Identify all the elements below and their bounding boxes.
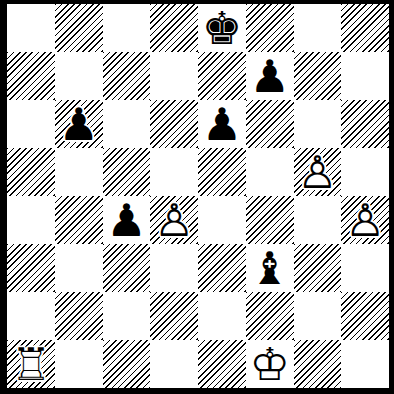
square-b2[interactable] — [55, 292, 103, 340]
square-g6[interactable] — [294, 100, 342, 148]
square-f7[interactable]: ♟ — [246, 52, 294, 100]
square-a2[interactable] — [7, 292, 55, 340]
black-pawn-piece[interactable]: ♟ — [198, 100, 246, 148]
square-c7[interactable] — [103, 52, 151, 100]
square-d4[interactable]: ♟♙ — [150, 196, 198, 244]
black-pawn-piece[interactable]: ♟ — [103, 196, 151, 244]
piece-glyph-fill: ♟ — [55, 100, 103, 148]
square-e4[interactable] — [198, 196, 246, 244]
square-h4[interactable]: ♟♙ — [341, 196, 389, 244]
square-e5[interactable] — [198, 148, 246, 196]
square-g7[interactable] — [294, 52, 342, 100]
white-rook-piece[interactable]: ♜♖ — [7, 340, 55, 388]
white-pawn-piece[interactable]: ♟♙ — [341, 196, 389, 244]
square-b5[interactable] — [55, 148, 103, 196]
square-c3[interactable] — [103, 244, 151, 292]
square-a3[interactable] — [7, 244, 55, 292]
square-d6[interactable] — [150, 100, 198, 148]
square-e3[interactable] — [198, 244, 246, 292]
square-c5[interactable] — [103, 148, 151, 196]
square-d5[interactable] — [150, 148, 198, 196]
piece-glyph-fill: ♟ — [246, 52, 294, 100]
square-a5[interactable] — [7, 148, 55, 196]
square-a6[interactable] — [7, 100, 55, 148]
piece-glyph-fill: ♚ — [198, 4, 246, 52]
square-c1[interactable] — [103, 340, 151, 388]
chess-board: ♚♟♟♟♟♙♟♟♙♟♙♝♜♖♚♔ — [7, 4, 389, 388]
square-h3[interactable] — [341, 244, 389, 292]
square-b7[interactable] — [55, 52, 103, 100]
square-f5[interactable] — [246, 148, 294, 196]
square-h6[interactable] — [341, 100, 389, 148]
square-g3[interactable] — [294, 244, 342, 292]
white-pawn-piece[interactable]: ♟♙ — [294, 148, 342, 196]
square-g2[interactable] — [294, 292, 342, 340]
square-a7[interactable] — [7, 52, 55, 100]
square-b3[interactable] — [55, 244, 103, 292]
square-e2[interactable] — [198, 292, 246, 340]
black-king-piece[interactable]: ♚ — [198, 4, 246, 52]
square-f8[interactable] — [246, 4, 294, 52]
square-b6[interactable]: ♟ — [55, 100, 103, 148]
square-c8[interactable] — [103, 4, 151, 52]
square-g1[interactable] — [294, 340, 342, 388]
square-d3[interactable] — [150, 244, 198, 292]
square-f2[interactable] — [246, 292, 294, 340]
square-a4[interactable] — [7, 196, 55, 244]
square-h1[interactable] — [341, 340, 389, 388]
square-c4[interactable]: ♟ — [103, 196, 151, 244]
black-pawn-piece[interactable]: ♟ — [246, 52, 294, 100]
piece-glyph-fill: ♝ — [246, 244, 294, 292]
square-b4[interactable] — [55, 196, 103, 244]
square-c2[interactable] — [103, 292, 151, 340]
square-e1[interactable] — [198, 340, 246, 388]
square-f4[interactable] — [246, 196, 294, 244]
square-g5[interactable]: ♟♙ — [294, 148, 342, 196]
square-b8[interactable] — [55, 4, 103, 52]
square-h5[interactable] — [341, 148, 389, 196]
piece-glyph-fill: ♟ — [103, 196, 151, 244]
square-a1[interactable]: ♜♖ — [7, 340, 55, 388]
square-d8[interactable] — [150, 4, 198, 52]
square-d7[interactable] — [150, 52, 198, 100]
square-f3[interactable]: ♝ — [246, 244, 294, 292]
chess-board-frame: ♚♟♟♟♟♙♟♟♙♟♙♝♜♖♚♔ — [0, 0, 394, 394]
white-pawn-piece[interactable]: ♟♙ — [150, 196, 198, 244]
square-g8[interactable] — [294, 4, 342, 52]
piece-glyph-outline: ♖ — [7, 340, 55, 388]
square-h7[interactable] — [341, 52, 389, 100]
square-g4[interactable] — [294, 196, 342, 244]
white-king-piece[interactable]: ♚♔ — [246, 340, 294, 388]
piece-glyph-outline: ♙ — [150, 196, 198, 244]
square-c6[interactable] — [103, 100, 151, 148]
square-e6[interactable]: ♟ — [198, 100, 246, 148]
black-bishop-piece[interactable]: ♝ — [246, 244, 294, 292]
square-h8[interactable] — [341, 4, 389, 52]
square-f6[interactable] — [246, 100, 294, 148]
piece-glyph-outline: ♔ — [246, 340, 294, 388]
square-a8[interactable] — [7, 4, 55, 52]
square-b1[interactable] — [55, 340, 103, 388]
square-h2[interactable] — [341, 292, 389, 340]
square-f1[interactable]: ♚♔ — [246, 340, 294, 388]
square-e7[interactable] — [198, 52, 246, 100]
square-e8[interactable]: ♚ — [198, 4, 246, 52]
square-d2[interactable] — [150, 292, 198, 340]
square-d1[interactable] — [150, 340, 198, 388]
piece-glyph-outline: ♙ — [294, 148, 342, 196]
black-pawn-piece[interactable]: ♟ — [55, 100, 103, 148]
piece-glyph-outline: ♙ — [341, 196, 389, 244]
piece-glyph-fill: ♟ — [198, 100, 246, 148]
